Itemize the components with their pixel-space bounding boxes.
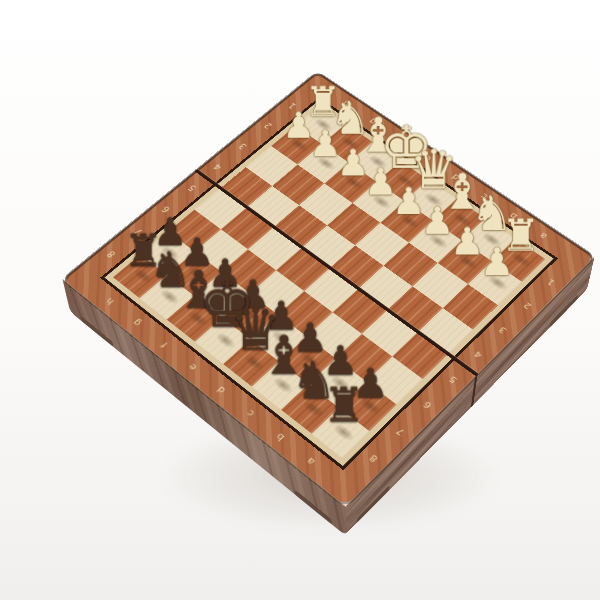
square-d4[interactable] [330,245,384,289]
case-foot [81,316,113,346]
square-a2[interactable]: ♟ [467,261,521,305]
scene: ♜♞♝♛♚♝♞♜♟♟♟♟♟♟♟♟♟♟♟♟♟♟♟♟♜♞♝♛♚♝♞♜ abcdefg… [0,0,600,600]
white-pawn[interactable]: ♟ [463,243,531,281]
square-a8[interactable]: ♜ [312,407,370,457]
black-rook[interactable]: ♜ [307,382,380,429]
case-foot [550,295,578,328]
